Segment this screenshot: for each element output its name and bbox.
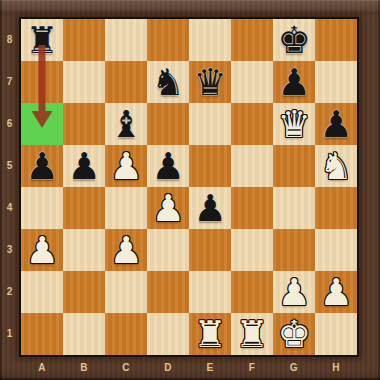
square-e6[interactable] <box>189 103 231 145</box>
square-g3[interactable] <box>273 229 315 271</box>
square-d1[interactable] <box>147 313 189 355</box>
square-g5[interactable] <box>273 145 315 187</box>
square-e8[interactable] <box>189 19 231 61</box>
square-h5[interactable]: ♞ <box>315 145 357 187</box>
square-a4[interactable] <box>21 187 63 229</box>
square-a7[interactable] <box>21 61 63 103</box>
square-a1[interactable] <box>21 313 63 355</box>
rank-label-2: 2 <box>0 271 19 313</box>
rank-label-8: 8 <box>0 19 19 61</box>
square-c8[interactable] <box>105 19 147 61</box>
square-f5[interactable] <box>231 145 273 187</box>
rank-label-1: 1 <box>0 313 19 355</box>
square-f8[interactable] <box>231 19 273 61</box>
square-g4[interactable] <box>273 187 315 229</box>
file-label-e: E <box>189 357 231 380</box>
piece-black-pawn[interactable]: ♟ <box>147 145 189 187</box>
square-c2[interactable] <box>105 271 147 313</box>
square-f2[interactable] <box>231 271 273 313</box>
file-label-c: C <box>105 357 147 380</box>
piece-white-pawn[interactable]: ♟ <box>273 271 315 313</box>
piece-black-king[interactable]: ♚ <box>273 19 315 61</box>
file-label-d: D <box>147 357 189 380</box>
square-f7[interactable] <box>231 61 273 103</box>
rank-label-3: 3 <box>0 229 19 271</box>
square-a3[interactable]: ♟ <box>21 229 63 271</box>
square-f4[interactable] <box>231 187 273 229</box>
piece-white-knight[interactable]: ♞ <box>315 145 357 187</box>
file-label-f: F <box>231 357 273 380</box>
piece-white-pawn[interactable]: ♟ <box>21 229 63 271</box>
square-a6[interactable] <box>21 103 63 145</box>
piece-black-pawn[interactable]: ♟ <box>315 103 357 145</box>
board: ♜♚♞♛♟♝♛♟♟♟♟♟♞♟♟♟♟♟♟♜♜♚ <box>19 17 359 357</box>
square-c6[interactable]: ♝ <box>105 103 147 145</box>
piece-white-pawn[interactable]: ♟ <box>105 229 147 271</box>
square-h3[interactable] <box>315 229 357 271</box>
square-d8[interactable] <box>147 19 189 61</box>
chess-board-widget: ♜♚♞♛♟♝♛♟♟♟♟♟♞♟♟♟♟♟♟♜♜♚ ABCDEFGH 87654321 <box>0 0 380 380</box>
square-g7[interactable]: ♟ <box>273 61 315 103</box>
piece-white-queen[interactable]: ♛ <box>273 103 315 145</box>
square-c7[interactable] <box>105 61 147 103</box>
square-e1[interactable]: ♜ <box>189 313 231 355</box>
file-label-b: B <box>63 357 105 380</box>
square-a8[interactable]: ♜ <box>21 19 63 61</box>
piece-white-pawn[interactable]: ♟ <box>105 145 147 187</box>
piece-black-rook[interactable]: ♜ <box>21 19 63 61</box>
square-c4[interactable] <box>105 187 147 229</box>
square-h2[interactable]: ♟ <box>315 271 357 313</box>
square-c3[interactable]: ♟ <box>105 229 147 271</box>
square-g8[interactable]: ♚ <box>273 19 315 61</box>
piece-white-rook[interactable]: ♜ <box>189 313 231 355</box>
square-e3[interactable] <box>189 229 231 271</box>
square-g1[interactable]: ♚ <box>273 313 315 355</box>
piece-white-king[interactable]: ♚ <box>273 313 315 355</box>
square-b8[interactable] <box>63 19 105 61</box>
square-h8[interactable] <box>315 19 357 61</box>
piece-black-pawn[interactable]: ♟ <box>21 145 63 187</box>
square-f1[interactable]: ♜ <box>231 313 273 355</box>
piece-black-knight[interactable]: ♞ <box>147 61 189 103</box>
square-d5[interactable]: ♟ <box>147 145 189 187</box>
square-e5[interactable] <box>189 145 231 187</box>
square-e7[interactable]: ♛ <box>189 61 231 103</box>
square-a2[interactable] <box>21 271 63 313</box>
square-b3[interactable] <box>63 229 105 271</box>
square-e2[interactable] <box>189 271 231 313</box>
square-d3[interactable] <box>147 229 189 271</box>
piece-black-pawn[interactable]: ♟ <box>273 61 315 103</box>
square-h1[interactable] <box>315 313 357 355</box>
square-b7[interactable] <box>63 61 105 103</box>
file-label-h: H <box>315 357 357 380</box>
square-f3[interactable] <box>231 229 273 271</box>
square-b6[interactable] <box>63 103 105 145</box>
square-d6[interactable] <box>147 103 189 145</box>
square-g2[interactable]: ♟ <box>273 271 315 313</box>
square-b4[interactable] <box>63 187 105 229</box>
square-d2[interactable] <box>147 271 189 313</box>
file-label-a: A <box>21 357 63 380</box>
square-a5[interactable]: ♟ <box>21 145 63 187</box>
square-b2[interactable] <box>63 271 105 313</box>
piece-white-pawn[interactable]: ♟ <box>315 271 357 313</box>
square-b5[interactable]: ♟ <box>63 145 105 187</box>
square-h6[interactable]: ♟ <box>315 103 357 145</box>
square-e4[interactable]: ♟ <box>189 187 231 229</box>
square-f6[interactable] <box>231 103 273 145</box>
piece-black-bishop[interactable]: ♝ <box>105 103 147 145</box>
rank-label-4: 4 <box>0 187 19 229</box>
square-c5[interactable]: ♟ <box>105 145 147 187</box>
rank-label-5: 5 <box>0 145 19 187</box>
square-c1[interactable] <box>105 313 147 355</box>
file-label-g: G <box>273 357 315 380</box>
piece-white-pawn[interactable]: ♟ <box>147 187 189 229</box>
square-h7[interactable] <box>315 61 357 103</box>
square-b1[interactable] <box>63 313 105 355</box>
square-g6[interactable]: ♛ <box>273 103 315 145</box>
piece-black-queen[interactable]: ♛ <box>189 61 231 103</box>
piece-white-rook[interactable]: ♜ <box>231 313 273 355</box>
rank-label-6: 6 <box>0 103 19 145</box>
square-h4[interactable] <box>315 187 357 229</box>
piece-black-pawn[interactable]: ♟ <box>189 187 231 229</box>
rank-label-7: 7 <box>0 61 19 103</box>
square-d7[interactable]: ♞ <box>147 61 189 103</box>
piece-black-pawn[interactable]: ♟ <box>63 145 105 187</box>
square-d4[interactable]: ♟ <box>147 187 189 229</box>
